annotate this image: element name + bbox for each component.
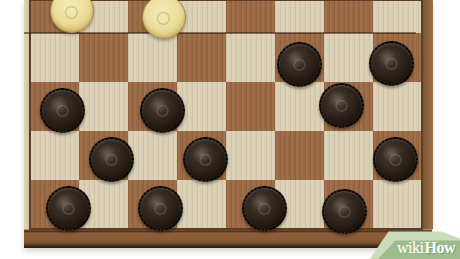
board-frame-right xyxy=(422,0,433,229)
checker-dark[interactable]: ○ xyxy=(373,137,418,182)
checker-dark[interactable]: ○ xyxy=(89,137,134,182)
board-square-r2c1[interactable] xyxy=(79,82,128,131)
dark-piece-ring-detail: ○ xyxy=(291,51,307,78)
board-square-r3c5[interactable] xyxy=(275,131,324,180)
dark-piece-ring-detail: ○ xyxy=(333,92,349,119)
board-square-r0c6[interactable] xyxy=(324,0,373,33)
checker-dark[interactable]: ○ xyxy=(319,83,364,128)
checker-dark[interactable]: ○ xyxy=(322,189,367,234)
board-square-r3c4[interactable] xyxy=(226,131,275,180)
board-square-r2c5[interactable] xyxy=(275,82,324,131)
board-square-r1c6[interactable] xyxy=(324,33,373,82)
light-piece-ring-detail: ○ xyxy=(155,3,173,32)
dark-piece-ring-detail: ○ xyxy=(387,146,403,173)
dark-piece-ring-detail: ○ xyxy=(152,195,168,222)
dark-piece-ring-detail: ○ xyxy=(60,195,76,222)
dark-piece-ring-detail: ○ xyxy=(336,198,352,225)
board-square-r1c4[interactable] xyxy=(226,33,275,82)
checker-dark[interactable]: ○ xyxy=(183,137,228,182)
board-square-r0c4[interactable] xyxy=(226,0,275,33)
checker-dark[interactable]: ○ xyxy=(46,186,91,231)
board-square-r2c4[interactable] xyxy=(226,82,275,131)
board-grid xyxy=(30,0,422,229)
checkers-board: ○○○○○○○○○○○○○○ xyxy=(24,0,432,248)
checker-dark[interactable]: ○ xyxy=(140,88,185,133)
board-square-r0c5[interactable] xyxy=(275,0,324,33)
dark-piece-ring-detail: ○ xyxy=(54,97,70,124)
board-square-r1c3[interactable] xyxy=(177,33,226,82)
board-square-r3c0[interactable] xyxy=(30,131,79,180)
light-piece-ring-detail: ○ xyxy=(63,0,81,26)
checker-dark[interactable]: ○ xyxy=(138,186,183,231)
board-square-r1c1[interactable] xyxy=(79,33,128,82)
board-square-r4c3[interactable] xyxy=(177,180,226,229)
board-square-r3c6[interactable] xyxy=(324,131,373,180)
board-square-r1c0[interactable] xyxy=(30,33,79,82)
dark-piece-ring-detail: ○ xyxy=(383,50,399,77)
dark-piece-ring-detail: ○ xyxy=(154,97,170,124)
dark-piece-ring-detail: ○ xyxy=(197,146,213,173)
checkers-photo-scene: ○○○○○○○○○○○○○○ wikiHow xyxy=(0,0,460,259)
checker-dark[interactable]: ○ xyxy=(242,186,287,231)
board-square-r3c2[interactable] xyxy=(128,131,177,180)
checker-dark[interactable]: ○ xyxy=(40,88,85,133)
dark-piece-ring-detail: ○ xyxy=(103,146,119,173)
checker-dark[interactable]: ○ xyxy=(277,42,322,87)
checker-dark[interactable]: ○ xyxy=(369,41,414,86)
board-frame-bottom xyxy=(24,229,432,248)
checker-light[interactable]: ○ xyxy=(142,0,186,39)
board-square-r4c7[interactable] xyxy=(373,180,422,229)
board-square-r0c7[interactable] xyxy=(373,0,422,33)
dark-piece-ring-detail: ○ xyxy=(256,195,272,222)
board-square-r1c2[interactable] xyxy=(128,33,177,82)
board-square-r2c7[interactable] xyxy=(373,82,422,131)
